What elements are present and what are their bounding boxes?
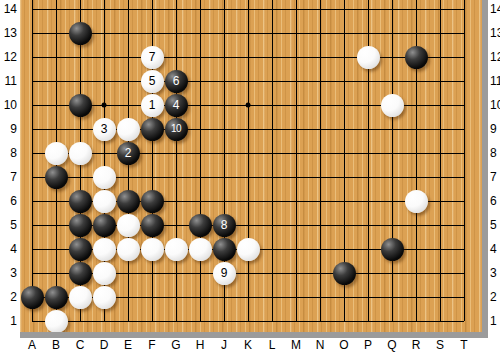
move-number-3: 3: [101, 123, 108, 135]
intersection-D1[interactable]: [92, 309, 116, 333]
intersection-D10[interactable]: [92, 93, 116, 117]
intersection-D6[interactable]: [92, 189, 116, 213]
intersection-D3[interactable]: [92, 261, 116, 285]
intersection-D9[interactable]: 3: [92, 117, 116, 141]
white-stone-R6: [405, 190, 428, 213]
intersection-N13[interactable]: [308, 21, 332, 45]
intersection-F13[interactable]: [140, 21, 164, 45]
intersection-N10[interactable]: [308, 93, 332, 117]
intersection-J3[interactable]: 9: [212, 261, 236, 285]
intersection-N11[interactable]: [308, 69, 332, 93]
intersection-L10[interactable]: [260, 93, 284, 117]
intersection-T11[interactable]: [452, 69, 476, 93]
intersection-F14[interactable]: [140, 0, 164, 21]
intersection-O11[interactable]: [332, 69, 356, 93]
intersection-N8[interactable]: [308, 141, 332, 165]
intersection-Q2[interactable]: [380, 285, 404, 309]
intersection-G1[interactable]: [164, 309, 188, 333]
intersection-F10[interactable]: 1: [140, 93, 164, 117]
intersection-E9[interactable]: [116, 117, 140, 141]
intersection-M1[interactable]: [284, 309, 308, 333]
intersection-N3[interactable]: [308, 261, 332, 285]
intersection-H6[interactable]: [188, 189, 212, 213]
intersection-N12[interactable]: [308, 45, 332, 69]
intersection-D14[interactable]: [92, 0, 116, 21]
intersection-G12[interactable]: [164, 45, 188, 69]
intersection-S5[interactable]: [428, 213, 452, 237]
intersection-N4[interactable]: [308, 237, 332, 261]
intersection-H2[interactable]: [188, 285, 212, 309]
intersection-G8[interactable]: [164, 141, 188, 165]
intersection-K6[interactable]: [236, 189, 260, 213]
intersection-G14[interactable]: [164, 0, 188, 21]
intersection-N9[interactable]: [308, 117, 332, 141]
intersection-T8[interactable]: [452, 141, 476, 165]
intersection-J2[interactable]: [212, 285, 236, 309]
intersection-O2[interactable]: [332, 285, 356, 309]
intersection-S13[interactable]: [428, 21, 452, 45]
intersection-M3[interactable]: [284, 261, 308, 285]
intersection-B2[interactable]: [44, 285, 68, 309]
move-number-2: 2: [125, 147, 132, 159]
row-label-right-9: 9: [490, 122, 500, 136]
intersection-L1[interactable]: [260, 309, 284, 333]
intersection-N7[interactable]: [308, 165, 332, 189]
row-label-left-13: 13: [1, 26, 17, 40]
intersection-R1[interactable]: [404, 309, 428, 333]
col-label-B: B: [44, 338, 68, 352]
intersection-O3[interactable]: [332, 261, 356, 285]
intersection-P14[interactable]: [356, 0, 380, 21]
intersection-H1[interactable]: [188, 309, 212, 333]
intersection-O8[interactable]: [332, 141, 356, 165]
intersection-J6[interactable]: [212, 189, 236, 213]
col-label-O: O: [332, 338, 356, 352]
intersection-S1[interactable]: [428, 309, 452, 333]
intersection-M7[interactable]: [284, 165, 308, 189]
intersection-J1[interactable]: [212, 309, 236, 333]
intersection-C8[interactable]: [68, 141, 92, 165]
intersection-Q10[interactable]: [380, 93, 404, 117]
intersection-P8[interactable]: [356, 141, 380, 165]
intersection-R12[interactable]: [404, 45, 428, 69]
intersection-R8[interactable]: [404, 141, 428, 165]
intersection-G3[interactable]: [164, 261, 188, 285]
intersection-E12[interactable]: [116, 45, 140, 69]
intersection-A6[interactable]: [20, 189, 44, 213]
row-label-left-11: 11: [1, 74, 17, 88]
intersection-C11[interactable]: [68, 69, 92, 93]
intersection-H9[interactable]: [188, 117, 212, 141]
intersection-F8[interactable]: [140, 141, 164, 165]
intersection-R2[interactable]: [404, 285, 428, 309]
intersection-Q6[interactable]: [380, 189, 404, 213]
intersection-D7[interactable]: [92, 165, 116, 189]
intersection-R14[interactable]: [404, 0, 428, 21]
intersection-T1[interactable]: [452, 309, 476, 333]
row-label-right-6: 6: [490, 194, 500, 208]
intersection-J11[interactable]: [212, 69, 236, 93]
intersection-L9[interactable]: [260, 117, 284, 141]
move-number-8: 8: [221, 219, 228, 231]
intersection-L5[interactable]: [260, 213, 284, 237]
black-stone-F6: [141, 190, 164, 213]
intersection-M2[interactable]: [284, 285, 308, 309]
intersection-E6[interactable]: [116, 189, 140, 213]
intersection-L12[interactable]: [260, 45, 284, 69]
intersection-T3[interactable]: [452, 261, 476, 285]
intersection-J8[interactable]: [212, 141, 236, 165]
intersection-G11[interactable]: 6: [164, 69, 188, 93]
intersection-M5[interactable]: [284, 213, 308, 237]
intersection-S9[interactable]: [428, 117, 452, 141]
intersection-B5[interactable]: [44, 213, 68, 237]
intersection-M13[interactable]: [284, 21, 308, 45]
intersection-M11[interactable]: [284, 69, 308, 93]
intersection-K2[interactable]: [236, 285, 260, 309]
intersection-J13[interactable]: [212, 21, 236, 45]
intersection-O6[interactable]: [332, 189, 356, 213]
intersection-D13[interactable]: [92, 21, 116, 45]
intersection-P7[interactable]: [356, 165, 380, 189]
intersection-E11[interactable]: [116, 69, 140, 93]
intersection-R3[interactable]: [404, 261, 428, 285]
intersection-Q8[interactable]: [380, 141, 404, 165]
intersection-R4[interactable]: [404, 237, 428, 261]
intersection-A3[interactable]: [20, 261, 44, 285]
intersection-M14[interactable]: [284, 0, 308, 21]
intersection-M4[interactable]: [284, 237, 308, 261]
intersection-R9[interactable]: [404, 117, 428, 141]
intersection-H13[interactable]: [188, 21, 212, 45]
intersection-F2[interactable]: [140, 285, 164, 309]
intersection-E4[interactable]: [116, 237, 140, 261]
intersection-Q13[interactable]: [380, 21, 404, 45]
intersection-C1[interactable]: [68, 309, 92, 333]
intersection-E1[interactable]: [116, 309, 140, 333]
intersection-J7[interactable]: [212, 165, 236, 189]
intersection-F7[interactable]: [140, 165, 164, 189]
intersection-G4[interactable]: [164, 237, 188, 261]
intersection-T2[interactable]: [452, 285, 476, 309]
intersection-E13[interactable]: [116, 21, 140, 45]
intersection-J5[interactable]: 8: [212, 213, 236, 237]
move-number-10: 10: [171, 124, 181, 134]
intersection-T7[interactable]: [452, 165, 476, 189]
intersection-P1[interactable]: [356, 309, 380, 333]
intersection-E10[interactable]: [116, 93, 140, 117]
intersection-F6[interactable]: [140, 189, 164, 213]
intersection-G13[interactable]: [164, 21, 188, 45]
intersection-L4[interactable]: [260, 237, 284, 261]
intersection-O9[interactable]: [332, 117, 356, 141]
intersection-H14[interactable]: [188, 0, 212, 21]
intersection-D5[interactable]: [92, 213, 116, 237]
intersection-P4[interactable]: [356, 237, 380, 261]
intersection-B8[interactable]: [44, 141, 68, 165]
intersection-K12[interactable]: [236, 45, 260, 69]
intersection-O4[interactable]: [332, 237, 356, 261]
row-label-left-1: 1: [1, 314, 17, 328]
intersection-M12[interactable]: [284, 45, 308, 69]
row-label-left-10: 10: [1, 98, 17, 112]
white-stone-E9: [117, 118, 140, 141]
intersection-B14[interactable]: [44, 0, 68, 21]
intersection-O7[interactable]: [332, 165, 356, 189]
intersection-K11[interactable]: [236, 69, 260, 93]
intersection-S10[interactable]: [428, 93, 452, 117]
intersection-K9[interactable]: [236, 117, 260, 141]
intersection-A8[interactable]: [20, 141, 44, 165]
intersection-P12[interactable]: [356, 45, 380, 69]
intersection-A14[interactable]: [20, 0, 44, 21]
intersection-R5[interactable]: [404, 213, 428, 237]
intersection-F1[interactable]: [140, 309, 164, 333]
intersection-B12[interactable]: [44, 45, 68, 69]
intersection-A13[interactable]: [20, 21, 44, 45]
intersection-F11[interactable]: 5: [140, 69, 164, 93]
intersection-T13[interactable]: [452, 21, 476, 45]
intersection-J4[interactable]: [212, 237, 236, 261]
intersection-S3[interactable]: [428, 261, 452, 285]
intersection-O5[interactable]: [332, 213, 356, 237]
intersection-C7[interactable]: [68, 165, 92, 189]
intersection-T4[interactable]: [452, 237, 476, 261]
intersection-B3[interactable]: [44, 261, 68, 285]
intersection-E8[interactable]: 2: [116, 141, 140, 165]
intersection-A5[interactable]: [20, 213, 44, 237]
intersection-B1[interactable]: [44, 309, 68, 333]
intersection-L3[interactable]: [260, 261, 284, 285]
intersection-M8[interactable]: [284, 141, 308, 165]
intersection-M6[interactable]: [284, 189, 308, 213]
col-label-A: A: [20, 338, 44, 352]
col-label-P: P: [356, 338, 380, 352]
intersection-H10[interactable]: [188, 93, 212, 117]
black-stone-O3: [333, 262, 356, 285]
intersection-K3[interactable]: [236, 261, 260, 285]
intersection-L11[interactable]: [260, 69, 284, 93]
intersection-L13[interactable]: [260, 21, 284, 45]
intersection-A12[interactable]: [20, 45, 44, 69]
intersection-P3[interactable]: [356, 261, 380, 285]
intersection-N1[interactable]: [308, 309, 332, 333]
intersection-Q14[interactable]: [380, 0, 404, 21]
intersection-G10[interactable]: 4: [164, 93, 188, 117]
intersection-Q3[interactable]: [380, 261, 404, 285]
intersection-R10[interactable]: [404, 93, 428, 117]
intersection-H4[interactable]: [188, 237, 212, 261]
intersection-M9[interactable]: [284, 117, 308, 141]
intersection-N14[interactable]: [308, 0, 332, 21]
intersection-B7[interactable]: [44, 165, 68, 189]
intersection-L14[interactable]: [260, 0, 284, 21]
intersection-C2[interactable]: [68, 285, 92, 309]
intersection-C3[interactable]: [68, 261, 92, 285]
intersection-T5[interactable]: [452, 213, 476, 237]
intersection-A11[interactable]: [20, 69, 44, 93]
black-stone-C13: [69, 22, 92, 45]
intersection-S2[interactable]: [428, 285, 452, 309]
intersection-M10[interactable]: [284, 93, 308, 117]
intersection-C5[interactable]: [68, 213, 92, 237]
intersection-J14[interactable]: [212, 0, 236, 21]
white-stone-D3: [93, 262, 116, 285]
intersection-K5[interactable]: [236, 213, 260, 237]
intersection-P13[interactable]: [356, 21, 380, 45]
intersection-F12[interactable]: 7: [140, 45, 164, 69]
intersection-E3[interactable]: [116, 261, 140, 285]
intersection-F9[interactable]: [140, 117, 164, 141]
intersection-A1[interactable]: [20, 309, 44, 333]
intersection-H11[interactable]: [188, 69, 212, 93]
row-label-left-7: 7: [1, 170, 17, 184]
intersection-L7[interactable]: [260, 165, 284, 189]
intersection-T6[interactable]: [452, 189, 476, 213]
intersection-F3[interactable]: [140, 261, 164, 285]
intersection-Q12[interactable]: [380, 45, 404, 69]
intersection-O13[interactable]: [332, 21, 356, 45]
intersection-S12[interactable]: [428, 45, 452, 69]
black-stone-J5: 8: [213, 214, 236, 237]
intersection-C12[interactable]: [68, 45, 92, 69]
intersection-Q7[interactable]: [380, 165, 404, 189]
intersection-E5[interactable]: [116, 213, 140, 237]
intersection-C9[interactable]: [68, 117, 92, 141]
intersection-L2[interactable]: [260, 285, 284, 309]
intersection-B9[interactable]: [44, 117, 68, 141]
intersection-L8[interactable]: [260, 141, 284, 165]
intersection-D2[interactable]: [92, 285, 116, 309]
intersection-S6[interactable]: [428, 189, 452, 213]
intersection-G6[interactable]: [164, 189, 188, 213]
intersection-O1[interactable]: [332, 309, 356, 333]
intersection-O14[interactable]: [332, 0, 356, 21]
intersection-B4[interactable]: [44, 237, 68, 261]
white-stone-D6: [93, 190, 116, 213]
intersection-P2[interactable]: [356, 285, 380, 309]
white-stone-F4: [141, 238, 164, 261]
intersection-C6[interactable]: [68, 189, 92, 213]
intersection-H7[interactable]: [188, 165, 212, 189]
white-stone-B8: [45, 142, 68, 165]
intersection-R13[interactable]: [404, 21, 428, 45]
intersection-A2[interactable]: [20, 285, 44, 309]
intersection-P10[interactable]: [356, 93, 380, 117]
intersection-C4[interactable]: [68, 237, 92, 261]
intersection-H12[interactable]: [188, 45, 212, 69]
intersection-T9[interactable]: [452, 117, 476, 141]
intersection-A10[interactable]: [20, 93, 44, 117]
intersection-T10[interactable]: [452, 93, 476, 117]
intersection-G9[interactable]: 10: [164, 117, 188, 141]
intersection-O12[interactable]: [332, 45, 356, 69]
row-label-right-13: 13: [490, 26, 500, 40]
intersection-B11[interactable]: [44, 69, 68, 93]
intersection-K7[interactable]: [236, 165, 260, 189]
intersection-Q11[interactable]: [380, 69, 404, 93]
intersection-K1[interactable]: [236, 309, 260, 333]
row-label-right-8: 8: [490, 146, 500, 160]
intersection-S14[interactable]: [428, 0, 452, 21]
intersection-D8[interactable]: [92, 141, 116, 165]
intersection-S7[interactable]: [428, 165, 452, 189]
intersection-G2[interactable]: [164, 285, 188, 309]
white-stone-E4: [117, 238, 140, 261]
intersection-R11[interactable]: [404, 69, 428, 93]
intersection-D11[interactable]: [92, 69, 116, 93]
intersection-J10[interactable]: [212, 93, 236, 117]
intersection-Q9[interactable]: [380, 117, 404, 141]
intersection-N5[interactable]: [308, 213, 332, 237]
intersection-K8[interactable]: [236, 141, 260, 165]
row-label-left-6: 6: [1, 194, 17, 208]
col-label-R: R: [404, 338, 428, 352]
go-board-grid: 75614310289: [20, 0, 476, 333]
intersection-Q5[interactable]: [380, 213, 404, 237]
intersection-P5[interactable]: [356, 213, 380, 237]
intersection-C14[interactable]: [68, 0, 92, 21]
intersection-L6[interactable]: [260, 189, 284, 213]
move-number-6: 6: [173, 75, 180, 87]
intersection-H5[interactable]: [188, 213, 212, 237]
intersection-K14[interactable]: [236, 0, 260, 21]
row-label-left-14: 14: [1, 2, 17, 16]
intersection-S8[interactable]: [428, 141, 452, 165]
intersection-G7[interactable]: [164, 165, 188, 189]
black-stone-R12: [405, 46, 428, 69]
intersection-E7[interactable]: [116, 165, 140, 189]
intersection-N2[interactable]: [308, 285, 332, 309]
intersection-H8[interactable]: [188, 141, 212, 165]
intersection-G5[interactable]: [164, 213, 188, 237]
intersection-B10[interactable]: [44, 93, 68, 117]
intersection-P6[interactable]: [356, 189, 380, 213]
intersection-F5[interactable]: [140, 213, 164, 237]
intersection-J12[interactable]: [212, 45, 236, 69]
intersection-P11[interactable]: [356, 69, 380, 93]
intersection-E14[interactable]: [116, 0, 140, 21]
intersection-K4[interactable]: [236, 237, 260, 261]
intersection-C10[interactable]: [68, 93, 92, 117]
intersection-E2[interactable]: [116, 285, 140, 309]
intersection-T12[interactable]: [452, 45, 476, 69]
intersection-H3[interactable]: [188, 261, 212, 285]
intersection-Q4[interactable]: [380, 237, 404, 261]
intersection-F4[interactable]: [140, 237, 164, 261]
intersection-D12[interactable]: [92, 45, 116, 69]
intersection-B13[interactable]: [44, 21, 68, 45]
intersection-Q1[interactable]: [380, 309, 404, 333]
intersection-N6[interactable]: [308, 189, 332, 213]
intersection-D4[interactable]: [92, 237, 116, 261]
intersection-S4[interactable]: [428, 237, 452, 261]
intersection-C13[interactable]: [68, 21, 92, 45]
intersection-A4[interactable]: [20, 237, 44, 261]
intersection-K13[interactable]: [236, 21, 260, 45]
intersection-A9[interactable]: [20, 117, 44, 141]
intersection-A7[interactable]: [20, 165, 44, 189]
intersection-J9[interactable]: [212, 117, 236, 141]
intersection-T14[interactable]: [452, 0, 476, 21]
intersection-S11[interactable]: [428, 69, 452, 93]
intersection-R6[interactable]: [404, 189, 428, 213]
intersection-B6[interactable]: [44, 189, 68, 213]
intersection-O10[interactable]: [332, 93, 356, 117]
intersection-R7[interactable]: [404, 165, 428, 189]
intersection-K10[interactable]: [236, 93, 260, 117]
intersection-P9[interactable]: [356, 117, 380, 141]
